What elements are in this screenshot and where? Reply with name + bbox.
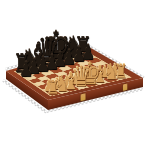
chess-set-photo: ♜♞♝♛♚♝♞♜♟♟♟♟♟♟♟♟♟♟♟♟♟♟♟♟♜♞♝♛♚♝♞♜ [0,0,150,150]
brass-latch-icon [123,83,127,90]
brass-latch-icon [81,93,85,101]
